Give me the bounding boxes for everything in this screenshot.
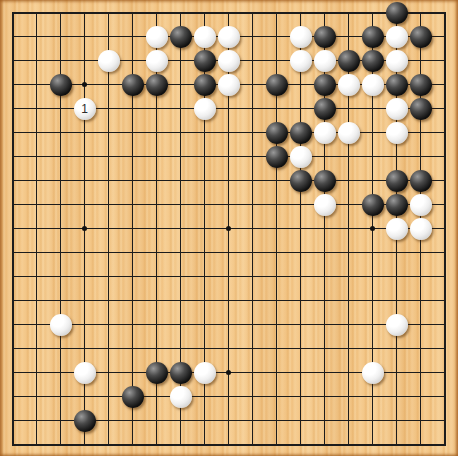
black-stone (362, 194, 384, 216)
black-stone (410, 98, 432, 120)
black-stone (410, 74, 432, 96)
white-stone (98, 50, 120, 72)
white-stone (146, 26, 168, 48)
star-point (82, 226, 87, 231)
black-stone (170, 26, 192, 48)
black-stone (314, 26, 336, 48)
star-point (82, 82, 87, 87)
black-stone (362, 26, 384, 48)
white-stone (410, 218, 432, 240)
black-stone (194, 50, 216, 72)
white-stone (314, 122, 336, 144)
black-stone (410, 26, 432, 48)
star-point (226, 370, 231, 375)
star-point (370, 226, 375, 231)
white-stone (386, 50, 408, 72)
white-stone (338, 122, 360, 144)
white-stone (170, 386, 192, 408)
black-stone (74, 410, 96, 432)
black-stone (170, 362, 192, 384)
white-stone (74, 362, 96, 384)
black-stone (266, 146, 288, 168)
black-stone (362, 50, 384, 72)
black-stone (146, 362, 168, 384)
white-stone (362, 74, 384, 96)
white-stone (386, 314, 408, 336)
white-stone (290, 50, 312, 72)
white-stone (314, 50, 336, 72)
move-number-label: 1 (81, 103, 88, 115)
black-stone (122, 386, 144, 408)
black-stone (338, 50, 360, 72)
white-stone: 1 (74, 98, 96, 120)
black-stone (386, 194, 408, 216)
star-point (226, 226, 231, 231)
black-stone (314, 170, 336, 192)
go-board[interactable]: 1 (0, 0, 458, 456)
white-stone (386, 122, 408, 144)
white-stone (218, 74, 240, 96)
black-stone (266, 74, 288, 96)
white-stone (338, 74, 360, 96)
black-stone (194, 74, 216, 96)
white-stone (194, 362, 216, 384)
black-stone (50, 74, 72, 96)
black-stone (122, 74, 144, 96)
black-stone (314, 98, 336, 120)
black-stone (146, 74, 168, 96)
white-stone (386, 26, 408, 48)
white-stone (290, 26, 312, 48)
white-stone (290, 146, 312, 168)
black-stone (266, 122, 288, 144)
white-stone (314, 194, 336, 216)
board-grid: 1 (1, 1, 457, 456)
black-stone (410, 170, 432, 192)
white-stone (218, 26, 240, 48)
white-stone (194, 26, 216, 48)
white-stone (146, 50, 168, 72)
black-stone (290, 170, 312, 192)
black-stone (386, 2, 408, 24)
black-stone (386, 170, 408, 192)
white-stone (386, 98, 408, 120)
white-stone (410, 194, 432, 216)
white-stone (218, 50, 240, 72)
black-stone (290, 122, 312, 144)
white-stone (386, 218, 408, 240)
black-stone (314, 74, 336, 96)
white-stone (194, 98, 216, 120)
black-stone (386, 74, 408, 96)
white-stone (50, 314, 72, 336)
white-stone (362, 362, 384, 384)
